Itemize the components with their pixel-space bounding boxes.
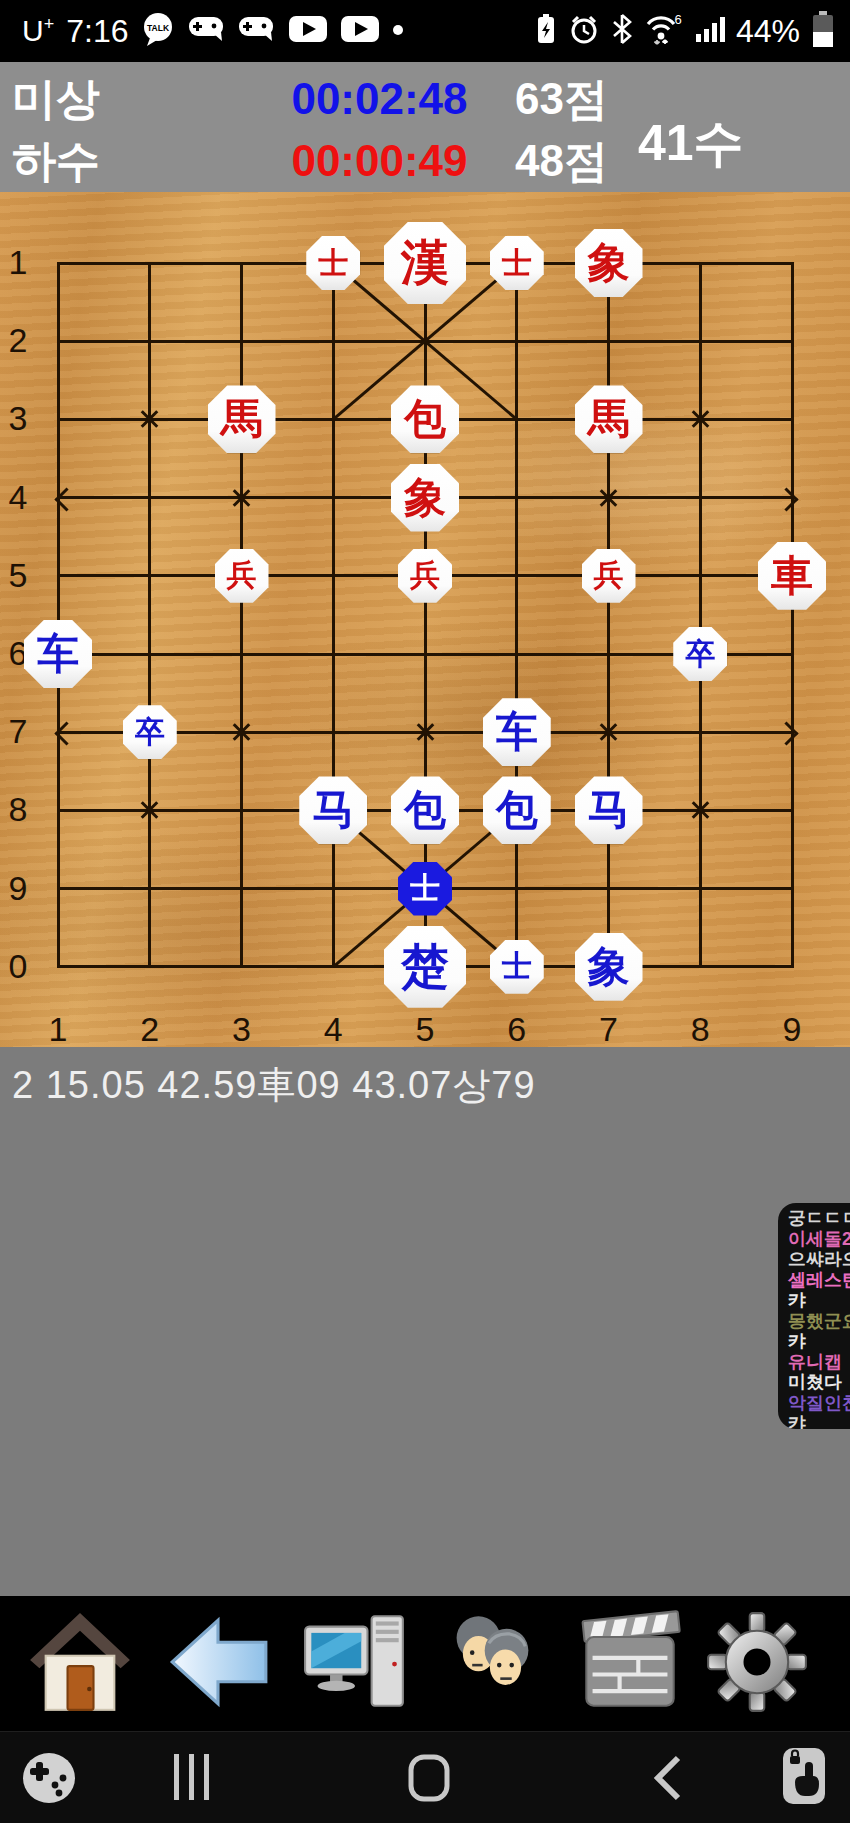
- computer-button[interactable]: [303, 1610, 407, 1714]
- piece-blue-cannon[interactable]: 包: [483, 776, 551, 844]
- carrier-label: U+: [22, 14, 54, 48]
- move-history: 2 15.05 42.59車09 43.07상79: [12, 1060, 536, 1111]
- chat-line: 캬: [788, 1290, 850, 1311]
- wifi6-icon: 6: [644, 12, 684, 50]
- col-label: 2: [133, 1010, 167, 1049]
- players-button[interactable]: [441, 1610, 545, 1714]
- chat-line: 악질인천: [788, 1393, 850, 1414]
- col-label: 3: [225, 1010, 259, 1049]
- row-label: 0: [1, 947, 35, 986]
- chat-line: 캬: [788, 1331, 850, 1352]
- board-mark: [414, 721, 436, 743]
- recents-button[interactable]: [172, 1752, 212, 1806]
- home-button[interactable]: [28, 1610, 132, 1714]
- game-info-panel: 미상 00:02:48 63점 하수 00:00:49 48점 41수: [0, 62, 850, 192]
- grid-line: [240, 262, 243, 969]
- game-icon: [238, 14, 276, 48]
- col-label: 7: [592, 1010, 626, 1049]
- col-label: 1: [41, 1010, 75, 1049]
- bottom-player-name: 하수: [12, 134, 100, 188]
- chat-line: 캬: [788, 1413, 850, 1429]
- top-player-name: 미상: [12, 72, 100, 126]
- board-mark: [231, 721, 253, 743]
- status-left: U+ 7:16 TALK: [0, 11, 404, 51]
- svg-text:TALK: TALK: [147, 23, 170, 33]
- status-bar: U+ 7:16 TALK 6 44%: [0, 0, 850, 62]
- grid-line: [699, 262, 702, 969]
- col-label: 8: [683, 1010, 717, 1049]
- chat-line: 몽했군요: [788, 1311, 850, 1332]
- row-label: 4: [1, 478, 35, 517]
- android-nav-bar: [0, 1731, 850, 1823]
- piece-red-soldier[interactable]: 兵: [582, 549, 636, 603]
- piece-blue-advisor[interactable]: 士: [490, 940, 544, 994]
- piece-red-soldier[interactable]: 兵: [215, 549, 269, 603]
- piece-blue-horse[interactable]: 马: [299, 776, 367, 844]
- bluetooth-icon: [610, 13, 634, 49]
- piece-blue-general[interactable]: 楚: [384, 926, 466, 1008]
- piece-red-horse[interactable]: 馬: [575, 385, 643, 453]
- kakaotalk-icon: TALK: [140, 11, 176, 51]
- chat-line: 미쳤다: [788, 1372, 850, 1393]
- piece-blue-horse[interactable]: 马: [575, 776, 643, 844]
- piece-blue-soldier[interactable]: 卒: [123, 705, 177, 759]
- chat-line: 으쌰라으: [788, 1249, 850, 1270]
- grid-line: [791, 262, 794, 969]
- battery-saver-icon: [534, 13, 558, 49]
- piece-red-advisor[interactable]: 士: [306, 236, 360, 290]
- row-label: 8: [1, 790, 35, 829]
- clock-time: 7:16: [66, 13, 128, 50]
- piece-blue-chariot[interactable]: 车: [483, 698, 551, 766]
- board-mark: [689, 408, 711, 430]
- youtube-icon: [288, 14, 328, 48]
- piece-red-cannon[interactable]: 包: [391, 385, 459, 453]
- battery-icon: [810, 10, 836, 52]
- top-player-score: 63점: [515, 72, 608, 126]
- board-mark: [774, 722, 798, 746]
- row-label: 7: [1, 712, 35, 751]
- chat-line: 유니캡: [788, 1352, 850, 1373]
- board-mark: [689, 799, 711, 821]
- board-mark: [231, 487, 253, 509]
- settings-button[interactable]: [705, 1610, 809, 1714]
- piece-blue-chariot[interactable]: 车: [24, 620, 92, 688]
- game-icon: [188, 14, 226, 48]
- board-mark: [774, 487, 798, 511]
- grid-line: [515, 262, 518, 969]
- bottom-player-score: 48점: [515, 134, 608, 188]
- row-label: 5: [1, 556, 35, 595]
- battery-percent: 44%: [736, 13, 800, 50]
- janggi-board[interactable]: 1234567890123456789士漢士象馬包馬象兵兵兵車车卒卒车马包包马士…: [0, 192, 850, 1047]
- toolbar: [0, 1596, 850, 1731]
- board-mark: [598, 487, 620, 509]
- piece-red-chariot[interactable]: 車: [758, 542, 826, 610]
- dot-icon: [392, 22, 404, 40]
- move-counter: 41수: [638, 110, 744, 177]
- chat-line: 이세돌2: [788, 1229, 850, 1250]
- chat-line: 셀레스틴: [788, 1270, 850, 1291]
- col-label: 6: [500, 1010, 534, 1049]
- piece-red-elephant[interactable]: 象: [575, 229, 643, 297]
- col-label: 4: [316, 1010, 350, 1049]
- lower-panel: 2 15.05 42.59車09 43.07상79: [0, 1047, 850, 1596]
- row-label: 1: [1, 243, 35, 282]
- top-player-clock: 00:02:48: [287, 72, 472, 126]
- piece-red-advisor[interactable]: 士: [490, 236, 544, 290]
- grid-line: [148, 262, 151, 969]
- bottom-player-clock: 00:00:49: [287, 134, 472, 188]
- piece-blue-cannon[interactable]: 包: [391, 776, 459, 844]
- back-button[interactable]: [166, 1610, 270, 1714]
- chat-overlay[interactable]: 궁ㄷㄷㄷ이세돌2으쌰라으셀레스틴캬몽했군요캬유니캡미쳤다악질인천캬: [778, 1203, 850, 1429]
- board-mark: [139, 408, 161, 430]
- piece-red-horse[interactable]: 馬: [208, 385, 276, 453]
- home-nav-button[interactable]: [408, 1754, 450, 1806]
- piece-red-elephant[interactable]: 象: [391, 464, 459, 532]
- record-button[interactable]: [578, 1610, 682, 1714]
- youtube-icon: [340, 14, 380, 48]
- signal-icon: [694, 14, 726, 48]
- piece-blue-elephant[interactable]: 象: [575, 933, 643, 1001]
- board-mark: [139, 799, 161, 821]
- piece-blue-advisor[interactable]: 士: [398, 862, 452, 916]
- grid-line: [332, 262, 335, 969]
- piece-red-soldier[interactable]: 兵: [398, 549, 452, 603]
- status-right: 6 44%: [534, 10, 850, 52]
- alarm-icon: [568, 13, 600, 49]
- piece-red-general[interactable]: 漢: [384, 222, 466, 304]
- piece-blue-soldier[interactable]: 卒: [673, 627, 727, 681]
- row-label: 9: [1, 869, 35, 908]
- touch-lock-icon[interactable]: [781, 1746, 827, 1810]
- app-screen: U+ 7:16 TALK 6 44% 미상 00:02:48 63점 하수: [0, 0, 850, 1823]
- grid-line: [607, 262, 610, 969]
- col-label: 5: [408, 1010, 442, 1049]
- row-label: 2: [1, 321, 35, 360]
- chat-line: 궁ㄷㄷㄷ: [788, 1208, 850, 1229]
- board-mark: [598, 721, 620, 743]
- back-nav-button[interactable]: [650, 1754, 684, 1806]
- game-launcher-icon[interactable]: [22, 1752, 76, 1808]
- col-label: 9: [775, 1010, 809, 1049]
- grid-line: [57, 262, 60, 969]
- svg-text:6: 6: [674, 12, 681, 27]
- row-label: 3: [1, 399, 35, 438]
